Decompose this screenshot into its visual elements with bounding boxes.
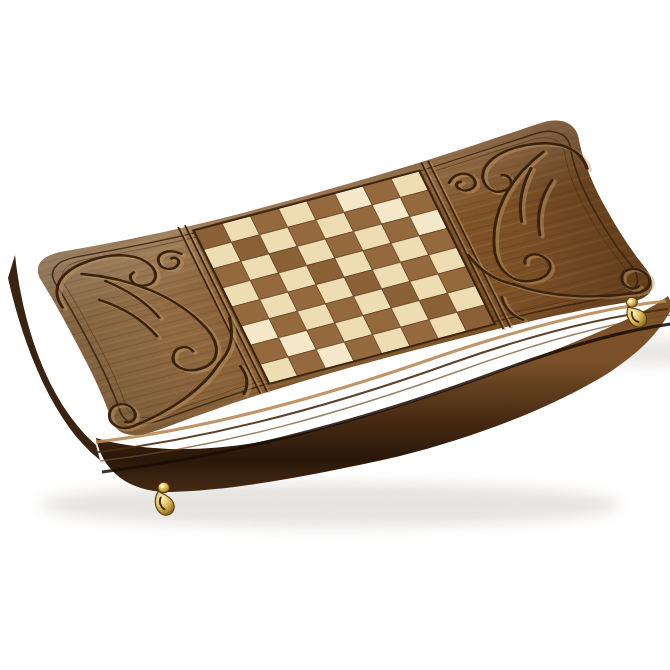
box-top	[15, 106, 670, 449]
product-photo	[0, 0, 670, 670]
board-box-photo	[0, 0, 670, 670]
